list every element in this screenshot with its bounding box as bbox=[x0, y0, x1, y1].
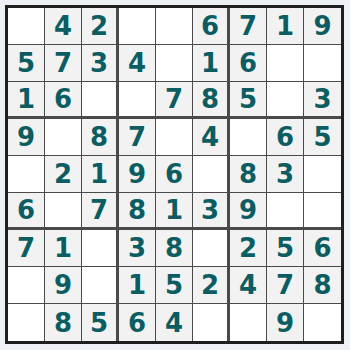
cell-r2c8[interactable] bbox=[267, 45, 304, 82]
cell-r1c7[interactable]: 7 bbox=[230, 8, 267, 45]
cell-r2c2[interactable]: 7 bbox=[45, 45, 82, 82]
cell-r6c4[interactable]: 8 bbox=[119, 193, 156, 230]
cell-r1c6[interactable]: 6 bbox=[193, 8, 230, 45]
cell-r5c3[interactable]: 1 bbox=[82, 156, 119, 193]
cell-r5c5[interactable]: 6 bbox=[156, 156, 193, 193]
cell-r7c6[interactable] bbox=[193, 230, 230, 267]
cell-r5c9[interactable] bbox=[304, 156, 341, 193]
page: 4267195734161678539874652196836781397138… bbox=[0, 0, 350, 350]
cell-r6c6[interactable]: 3 bbox=[193, 193, 230, 230]
cell-r4c1[interactable]: 9 bbox=[8, 119, 45, 156]
cell-r9c7[interactable] bbox=[230, 304, 267, 341]
cell-r1c2[interactable]: 4 bbox=[45, 8, 82, 45]
cell-r8c3[interactable] bbox=[82, 267, 119, 304]
cell-r4c7[interactable] bbox=[230, 119, 267, 156]
cell-r8c9[interactable]: 8 bbox=[304, 267, 341, 304]
cell-r1c3[interactable]: 2 bbox=[82, 8, 119, 45]
cell-r5c4[interactable]: 9 bbox=[119, 156, 156, 193]
cell-r1c8[interactable]: 1 bbox=[267, 8, 304, 45]
cell-r8c6[interactable]: 2 bbox=[193, 267, 230, 304]
sudoku-board: 4267195734161678539874652196836781397138… bbox=[5, 5, 344, 344]
cell-r6c1[interactable]: 6 bbox=[8, 193, 45, 230]
cell-r3c2[interactable]: 6 bbox=[45, 82, 82, 119]
cell-r3c7[interactable]: 5 bbox=[230, 82, 267, 119]
cell-r3c9[interactable]: 3 bbox=[304, 82, 341, 119]
cell-r7c8[interactable]: 5 bbox=[267, 230, 304, 267]
cell-r5c8[interactable]: 3 bbox=[267, 156, 304, 193]
cell-r2c3[interactable]: 3 bbox=[82, 45, 119, 82]
cell-r6c5[interactable]: 1 bbox=[156, 193, 193, 230]
cell-r9c2[interactable]: 8 bbox=[45, 304, 82, 341]
cell-r8c8[interactable]: 7 bbox=[267, 267, 304, 304]
cell-r6c9[interactable] bbox=[304, 193, 341, 230]
cell-r8c7[interactable]: 4 bbox=[230, 267, 267, 304]
cell-r9c8[interactable]: 9 bbox=[267, 304, 304, 341]
cell-r1c4[interactable] bbox=[119, 8, 156, 45]
cell-r7c5[interactable]: 8 bbox=[156, 230, 193, 267]
cell-r1c1[interactable] bbox=[8, 8, 45, 45]
cell-r5c1[interactable] bbox=[8, 156, 45, 193]
cell-r7c9[interactable]: 6 bbox=[304, 230, 341, 267]
cell-r8c5[interactable]: 5 bbox=[156, 267, 193, 304]
cell-r1c5[interactable] bbox=[156, 8, 193, 45]
cell-r7c4[interactable]: 3 bbox=[119, 230, 156, 267]
cell-r3c3[interactable] bbox=[82, 82, 119, 119]
cell-r4c3[interactable]: 8 bbox=[82, 119, 119, 156]
cell-r6c2[interactable] bbox=[45, 193, 82, 230]
cell-r6c7[interactable]: 9 bbox=[230, 193, 267, 230]
cell-r1c9[interactable]: 9 bbox=[304, 8, 341, 45]
cell-r4c6[interactable]: 4 bbox=[193, 119, 230, 156]
cell-r4c4[interactable]: 7 bbox=[119, 119, 156, 156]
cell-r4c2[interactable] bbox=[45, 119, 82, 156]
cell-r3c4[interactable] bbox=[119, 82, 156, 119]
cell-r9c3[interactable]: 5 bbox=[82, 304, 119, 341]
cell-r7c1[interactable]: 7 bbox=[8, 230, 45, 267]
cell-r8c1[interactable] bbox=[8, 267, 45, 304]
cell-r9c9[interactable] bbox=[304, 304, 341, 341]
cell-r5c6[interactable] bbox=[193, 156, 230, 193]
cell-r3c1[interactable]: 1 bbox=[8, 82, 45, 119]
cell-r2c7[interactable]: 6 bbox=[230, 45, 267, 82]
cell-r9c1[interactable] bbox=[8, 304, 45, 341]
cell-r6c8[interactable] bbox=[267, 193, 304, 230]
cell-r7c3[interactable] bbox=[82, 230, 119, 267]
cell-r8c4[interactable]: 1 bbox=[119, 267, 156, 304]
cell-r9c5[interactable]: 4 bbox=[156, 304, 193, 341]
cell-r4c5[interactable] bbox=[156, 119, 193, 156]
cell-r4c9[interactable]: 5 bbox=[304, 119, 341, 156]
cell-r2c4[interactable]: 4 bbox=[119, 45, 156, 82]
cell-r2c5[interactable] bbox=[156, 45, 193, 82]
cell-r2c9[interactable] bbox=[304, 45, 341, 82]
cell-r2c6[interactable]: 1 bbox=[193, 45, 230, 82]
cell-r3c8[interactable] bbox=[267, 82, 304, 119]
cell-r3c5[interactable]: 7 bbox=[156, 82, 193, 119]
cell-r5c7[interactable]: 8 bbox=[230, 156, 267, 193]
cell-r4c8[interactable]: 6 bbox=[267, 119, 304, 156]
cell-r2c1[interactable]: 5 bbox=[8, 45, 45, 82]
cell-r5c2[interactable]: 2 bbox=[45, 156, 82, 193]
cell-r7c7[interactable]: 2 bbox=[230, 230, 267, 267]
cell-r7c2[interactable]: 1 bbox=[45, 230, 82, 267]
cell-r9c4[interactable]: 6 bbox=[119, 304, 156, 341]
cell-r8c2[interactable]: 9 bbox=[45, 267, 82, 304]
cell-r3c6[interactable]: 8 bbox=[193, 82, 230, 119]
cell-r6c3[interactable]: 7 bbox=[82, 193, 119, 230]
cell-r9c6[interactable] bbox=[193, 304, 230, 341]
